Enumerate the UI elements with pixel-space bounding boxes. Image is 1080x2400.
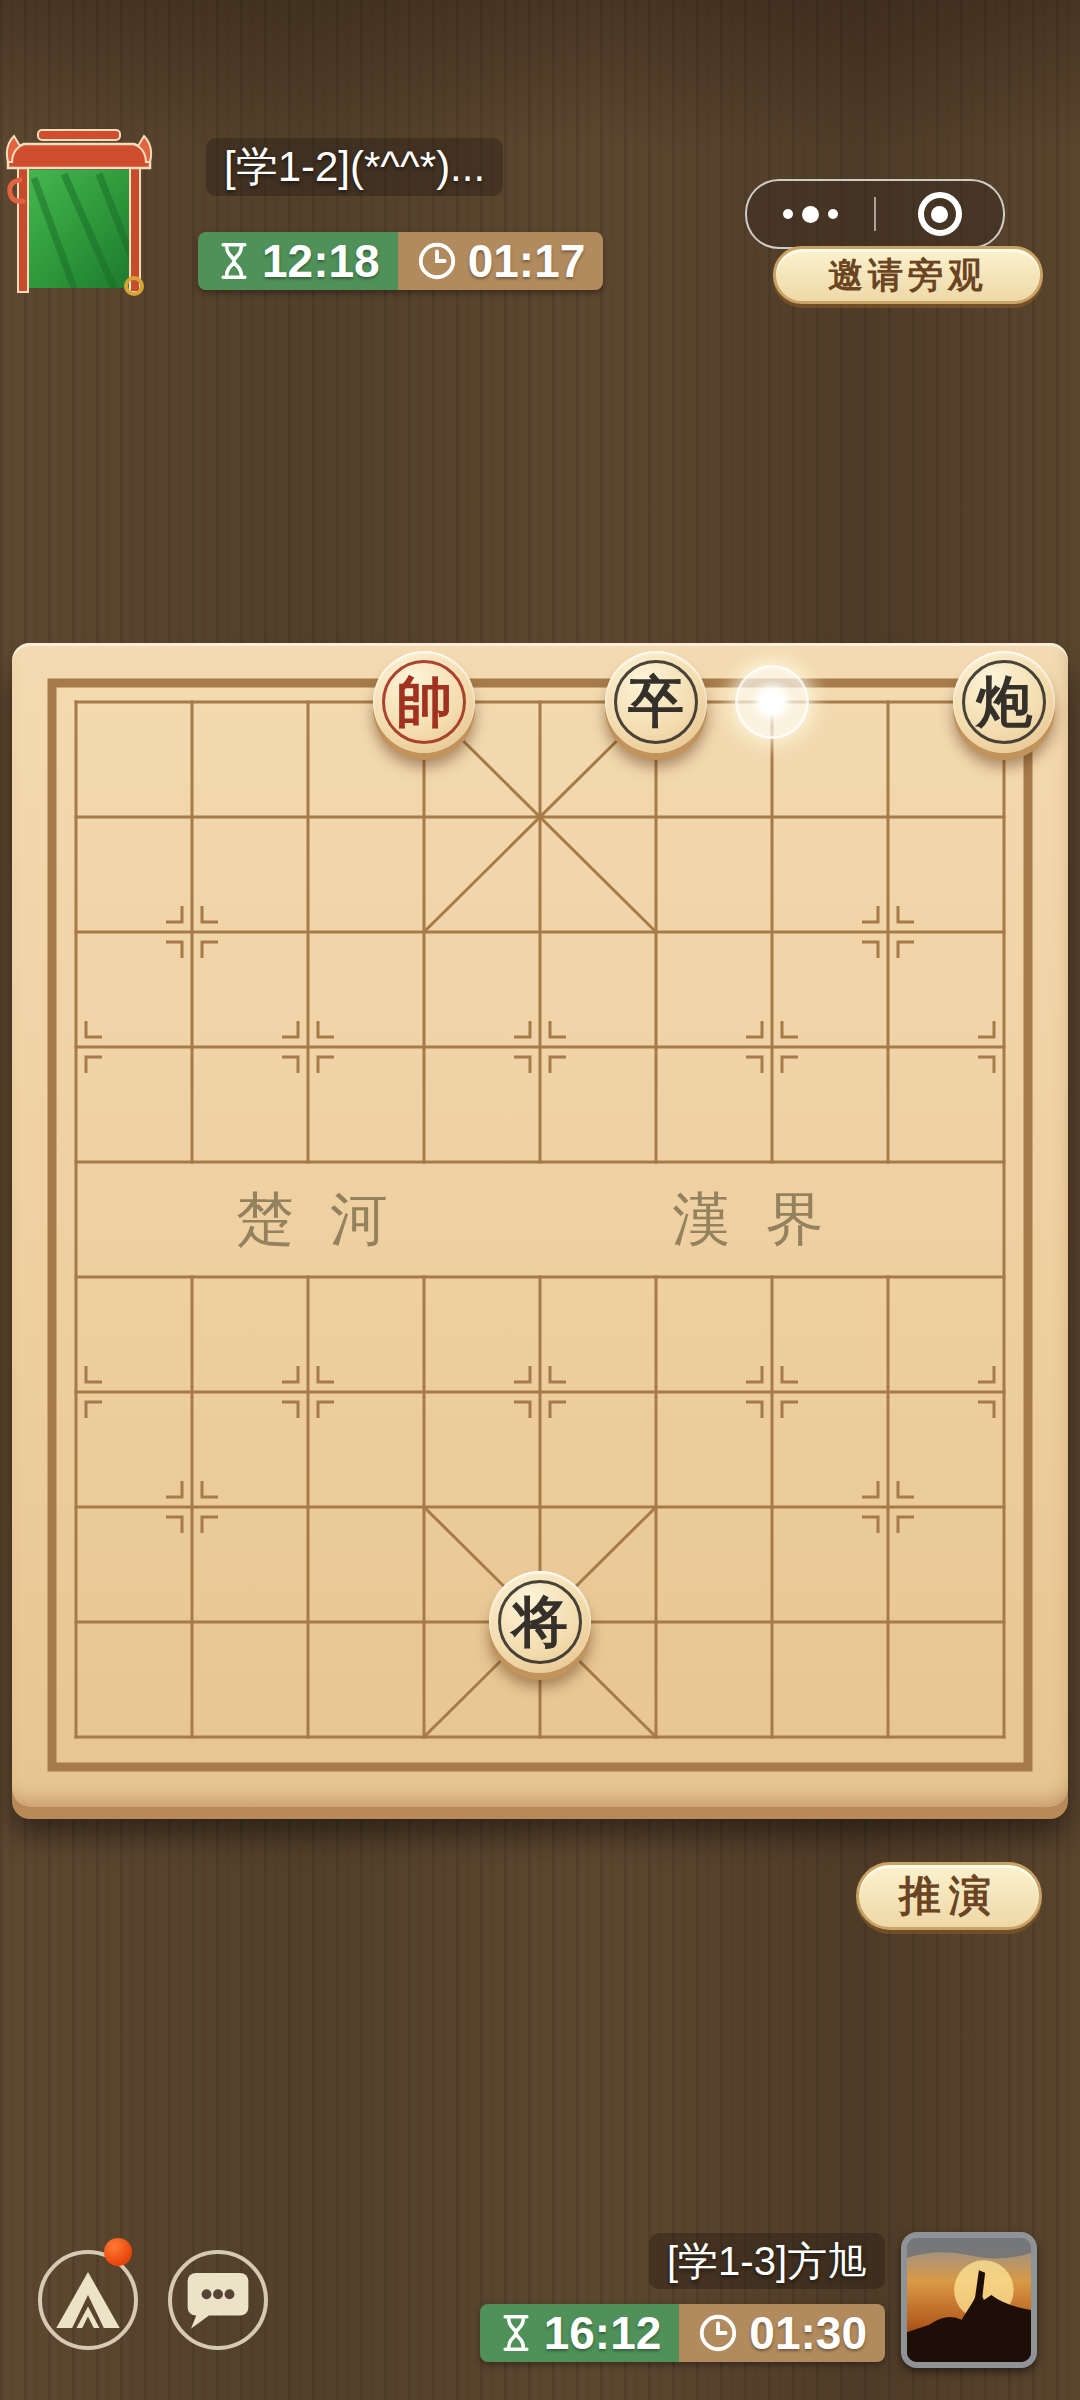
- game-screen: [学1-2](*^^*)... 12:18 01:17 邀请旁观 楚河: [0, 0, 1080, 2400]
- hourglass-icon: [498, 2311, 534, 2355]
- miniprogram-capsule: [745, 179, 1005, 249]
- bottom-move-time: 01:30: [749, 2306, 867, 2360]
- river-label-right: 漢界: [672, 1181, 860, 1259]
- chat-bubble-icon: [181, 2268, 255, 2332]
- sunset-avatar-graphic: [907, 2238, 1031, 2362]
- bottom-player-timer: 16:12 01:30: [480, 2304, 885, 2362]
- bottom-main-time-segment: 16:12: [480, 2304, 680, 2362]
- top-player-name: [学1-2](*^^*)...: [206, 138, 503, 196]
- top-main-time-segment: 12:18: [198, 232, 398, 290]
- river-label-left: 楚河: [236, 1181, 424, 1259]
- gate-frame-avatar-graphic: [4, 118, 154, 304]
- notification-dot: [104, 2238, 132, 2266]
- top-move-time: 01:17: [468, 234, 586, 288]
- invite-spectate-button[interactable]: 邀请旁观: [773, 246, 1043, 304]
- close-home-button[interactable]: [876, 181, 1003, 247]
- mountain-logo-icon: [52, 2269, 124, 2331]
- clock-icon: [416, 240, 458, 282]
- clock-icon: [697, 2312, 739, 2354]
- xiangqi-board[interactable]: 楚河 漢界 帥 卒 炮 将: [12, 643, 1068, 1807]
- more-button[interactable]: [747, 181, 874, 247]
- simulate-button[interactable]: 推演: [856, 1862, 1042, 1930]
- more-dots-icon: [783, 206, 838, 223]
- top-main-time: 12:18: [262, 234, 380, 288]
- hourglass-icon: [216, 239, 252, 283]
- bottom-player-name: [学1-3]方旭: [649, 2233, 885, 2289]
- piece-black-cannon[interactable]: 炮: [953, 651, 1055, 753]
- ring-dot-icon: [918, 192, 962, 236]
- last-move-marker: [735, 665, 809, 739]
- top-player-avatar[interactable]: [4, 118, 154, 304]
- piece-red-general[interactable]: 帥: [373, 651, 475, 753]
- chat-button[interactable]: [168, 2250, 268, 2350]
- piece-black-soldier[interactable]: 卒: [605, 651, 707, 753]
- bottom-main-time: 16:12: [544, 2306, 662, 2360]
- piece-black-general[interactable]: 将: [489, 1571, 591, 1673]
- bottom-player-avatar[interactable]: [901, 2232, 1037, 2368]
- bottom-move-time-segment: 01:30: [679, 2304, 885, 2362]
- top-player-timer: 12:18 01:17: [198, 232, 603, 290]
- top-move-time-segment: 01:17: [398, 232, 604, 290]
